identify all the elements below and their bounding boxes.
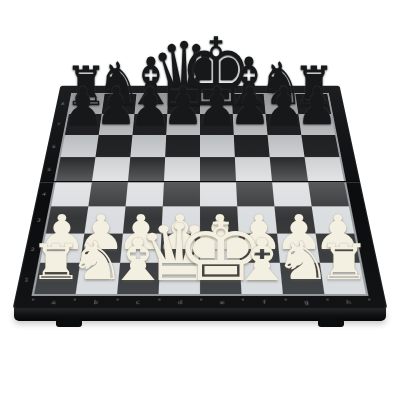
square-f6[interactable]: [234, 135, 270, 157]
square-a5[interactable]: [56, 157, 95, 181]
rank-label-1: 1: [24, 277, 29, 282]
file-label-h: h: [346, 300, 351, 306]
black-pawn-h7[interactable]: ♟: [296, 82, 337, 134]
frame-dot: [116, 299, 118, 301]
file-label-b: b: [93, 300, 98, 306]
square-c6[interactable]: [130, 135, 166, 157]
file-label-g: g: [304, 300, 309, 306]
square-h5[interactable]: [305, 157, 344, 181]
rank-label-6: 6: [52, 144, 56, 148]
board-foot-left: [56, 319, 82, 327]
square-b4[interactable]: [88, 181, 128, 206]
square-g5[interactable]: [270, 157, 308, 181]
rank-label-7: 7: [56, 123, 60, 126]
square-b5[interactable]: [92, 157, 130, 181]
square-c5[interactable]: [128, 157, 165, 181]
rank-label-4: 4: [42, 192, 47, 196]
square-c4[interactable]: [126, 181, 164, 206]
product-photo: abcdefgh 87654321 ♜♞♝♛♚♝♞♜♟♟♟♟♟♟♟♟♟♟♟♟♟♟…: [0, 0, 400, 400]
square-e5[interactable]: [200, 157, 236, 181]
frame-dot: [284, 299, 286, 301]
frame-dot: [368, 299, 371, 301]
board-foot-right: [318, 319, 344, 327]
square-g6[interactable]: [268, 135, 305, 157]
frame-dot: [74, 299, 77, 301]
square-h6[interactable]: [301, 135, 339, 157]
square-d5[interactable]: [164, 157, 200, 181]
fold-seam: [41, 181, 360, 182]
file-label-a: a: [51, 300, 56, 306]
square-a6[interactable]: [61, 135, 99, 157]
square-b6[interactable]: [95, 135, 132, 157]
square-h4[interactable]: [308, 181, 349, 206]
file-label-c: c: [136, 300, 140, 306]
white-rook-h1[interactable]: ♜: [317, 239, 370, 288]
frame-dot: [326, 299, 329, 301]
square-f5[interactable]: [235, 157, 272, 181]
square-a4[interactable]: [51, 181, 92, 206]
rank-label-5: 5: [47, 168, 52, 172]
square-e6[interactable]: [200, 135, 235, 157]
square-d6[interactable]: [165, 135, 200, 157]
square-g4[interactable]: [272, 181, 312, 206]
frame-dot: [32, 299, 35, 301]
